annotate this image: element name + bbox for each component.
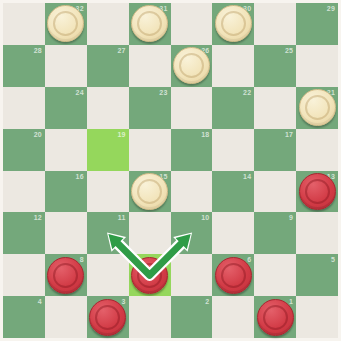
square-32[interactable]: 32 bbox=[45, 3, 87, 45]
square-number: 1 bbox=[289, 298, 293, 305]
square-15[interactable]: 15 bbox=[129, 171, 171, 213]
white-piece[interactable] bbox=[47, 5, 84, 42]
square-24[interactable]: 24 bbox=[45, 87, 87, 129]
square-22[interactable]: 22 bbox=[212, 87, 254, 129]
red-piece[interactable] bbox=[47, 257, 84, 294]
square-number: 20 bbox=[34, 131, 42, 138]
square-8[interactable]: 8 bbox=[45, 254, 87, 296]
light-square bbox=[87, 3, 129, 45]
square-9[interactable]: 9 bbox=[254, 212, 296, 254]
square-19[interactable]: 19 bbox=[87, 129, 129, 171]
light-square bbox=[87, 87, 129, 129]
light-square bbox=[87, 171, 129, 213]
light-square bbox=[171, 254, 213, 296]
square-number: 5 bbox=[331, 256, 335, 263]
square-18[interactable]: 18 bbox=[171, 129, 213, 171]
square-28[interactable]: 28 bbox=[3, 45, 45, 87]
square-12[interactable]: 12 bbox=[3, 212, 45, 254]
light-square bbox=[254, 254, 296, 296]
light-square bbox=[212, 296, 254, 338]
square-number: 6 bbox=[247, 256, 251, 263]
light-square bbox=[87, 254, 129, 296]
square-number: 3 bbox=[122, 298, 126, 305]
light-square bbox=[45, 129, 87, 171]
light-square bbox=[45, 45, 87, 87]
light-square bbox=[129, 296, 171, 338]
square-number: 22 bbox=[243, 89, 251, 96]
square-number: 2 bbox=[205, 298, 209, 305]
light-square bbox=[45, 296, 87, 338]
white-piece[interactable] bbox=[215, 5, 252, 42]
square-14[interactable]: 14 bbox=[212, 171, 254, 213]
square-29[interactable]: 29 bbox=[296, 3, 338, 45]
light-square bbox=[171, 87, 213, 129]
light-square bbox=[254, 3, 296, 45]
red-piece[interactable] bbox=[299, 173, 336, 210]
square-number: 11 bbox=[118, 214, 126, 221]
red-piece[interactable] bbox=[215, 257, 252, 294]
square-5[interactable]: 5 bbox=[296, 254, 338, 296]
square-2[interactable]: 2 bbox=[171, 296, 213, 338]
light-square bbox=[212, 45, 254, 87]
light-square bbox=[296, 129, 338, 171]
light-square bbox=[3, 254, 45, 296]
light-square bbox=[3, 3, 45, 45]
checkers-board: 3231302928272625242322212019181716151413… bbox=[3, 3, 338, 338]
light-square bbox=[254, 87, 296, 129]
square-10[interactable]: 10 bbox=[171, 212, 213, 254]
square-3[interactable]: 3 bbox=[87, 296, 129, 338]
square-number: 12 bbox=[34, 214, 42, 221]
square-number: 19 bbox=[117, 131, 125, 138]
light-square bbox=[296, 296, 338, 338]
light-square bbox=[212, 129, 254, 171]
square-16[interactable]: 16 bbox=[45, 171, 87, 213]
square-number: 16 bbox=[76, 173, 84, 180]
square-number: 23 bbox=[159, 89, 167, 96]
white-piece[interactable] bbox=[173, 47, 210, 84]
white-piece[interactable] bbox=[299, 89, 336, 126]
square-11[interactable]: 11 bbox=[87, 212, 129, 254]
light-square bbox=[296, 45, 338, 87]
square-number: 25 bbox=[285, 47, 293, 54]
checkers-app: 3231302928272625242322212019181716151413… bbox=[0, 0, 341, 341]
square-1[interactable]: 1 bbox=[254, 296, 296, 338]
square-27[interactable]: 27 bbox=[87, 45, 129, 87]
square-31[interactable]: 31 bbox=[129, 3, 171, 45]
light-square bbox=[3, 87, 45, 129]
square-number: 14 bbox=[243, 173, 251, 180]
light-square bbox=[171, 3, 213, 45]
light-square bbox=[171, 171, 213, 213]
square-number: 28 bbox=[34, 47, 42, 54]
square-number: 10 bbox=[201, 214, 209, 221]
light-square bbox=[129, 129, 171, 171]
square-number: 4 bbox=[38, 298, 42, 305]
white-piece[interactable] bbox=[131, 5, 168, 42]
square-13[interactable]: 13 bbox=[296, 171, 338, 213]
light-square bbox=[254, 171, 296, 213]
square-30[interactable]: 30 bbox=[212, 3, 254, 45]
red-piece[interactable] bbox=[89, 299, 126, 336]
square-17[interactable]: 17 bbox=[254, 129, 296, 171]
square-21[interactable]: 21 bbox=[296, 87, 338, 129]
light-square bbox=[3, 171, 45, 213]
light-square bbox=[212, 212, 254, 254]
red-piece[interactable] bbox=[131, 257, 168, 294]
white-piece[interactable] bbox=[131, 173, 168, 210]
square-7[interactable]: 7 bbox=[129, 254, 171, 296]
square-number: 17 bbox=[285, 131, 293, 138]
square-number: 29 bbox=[327, 5, 335, 12]
light-square bbox=[45, 212, 87, 254]
square-number: 24 bbox=[76, 89, 84, 96]
square-25[interactable]: 25 bbox=[254, 45, 296, 87]
square-6[interactable]: 6 bbox=[212, 254, 254, 296]
red-piece[interactable] bbox=[257, 299, 294, 336]
square-number: 27 bbox=[117, 47, 125, 54]
square-4[interactable]: 4 bbox=[3, 296, 45, 338]
square-26[interactable]: 26 bbox=[171, 45, 213, 87]
light-square bbox=[296, 212, 338, 254]
light-square bbox=[129, 212, 171, 254]
square-number: 9 bbox=[289, 214, 293, 221]
square-number: 8 bbox=[80, 256, 84, 263]
square-20[interactable]: 20 bbox=[3, 129, 45, 171]
light-square bbox=[129, 45, 171, 87]
square-number: 18 bbox=[201, 131, 209, 138]
square-number: 7 bbox=[163, 256, 167, 263]
square-23[interactable]: 23 bbox=[129, 87, 171, 129]
